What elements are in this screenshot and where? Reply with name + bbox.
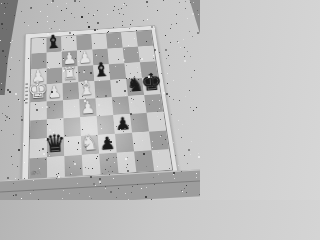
board-square	[117, 152, 137, 174]
board-square	[147, 112, 166, 132]
piece-black-pawn: ♟	[99, 135, 116, 153]
board-square: ♞	[126, 78, 144, 96]
board-square: ♜	[62, 66, 78, 83]
board-square	[109, 63, 126, 80]
piece-black-bishop: ♝	[92, 60, 111, 81]
board-square: ♚	[142, 77, 160, 95]
board-square	[136, 31, 153, 47]
board-square	[82, 154, 101, 176]
board-square: ♝	[93, 64, 110, 81]
board-square	[63, 117, 80, 137]
table-edge-shadow-topright	[184, 0, 200, 34]
board-square	[128, 95, 147, 114]
board-square	[106, 33, 123, 49]
board-square	[151, 149, 172, 170]
board-square	[112, 96, 130, 115]
board-square	[64, 136, 82, 157]
board-square	[91, 34, 107, 50]
board-square	[110, 79, 128, 97]
board-square	[138, 45, 156, 62]
board-square: ♟	[98, 133, 117, 154]
piece-white-rook: ♜	[61, 64, 78, 83]
chessboard-frame: ♝♟♟♟♜♝♚♟♝♞♚♟♟♛♞♟♔♘	[21, 25, 179, 185]
board-square	[107, 47, 124, 64]
board-square	[97, 115, 115, 135]
piece-white-king: ♚	[27, 77, 50, 102]
board-square	[47, 100, 64, 119]
board-corner-stamp-icon: ♔♘	[30, 170, 44, 178]
board-square: ♟	[113, 114, 132, 134]
board-square: ♟	[79, 98, 96, 117]
board-square	[47, 156, 65, 178]
piece-white-pawn: ♟	[47, 84, 63, 101]
piece-black-queen: ♛	[43, 131, 66, 157]
board-square: ♟	[47, 83, 63, 101]
board-square: ♞	[81, 135, 99, 156]
board-square: ♟	[77, 49, 93, 66]
table-edge-shadow-topleft	[0, 0, 26, 100]
piece-black-pawn: ♟	[115, 115, 131, 133]
board-square	[30, 101, 47, 120]
board-square: ♝	[46, 36, 61, 52]
board-square	[64, 155, 82, 177]
board-square	[63, 99, 80, 118]
board-square	[115, 132, 134, 153]
board-square: ♔♘	[29, 157, 47, 179]
board-square	[94, 80, 111, 98]
board-square	[46, 51, 62, 68]
piece-white-knight: ♞	[80, 133, 100, 154]
board-square: ♚	[30, 84, 46, 102]
piece-white-bishop: ♝	[77, 78, 96, 99]
piece-black-bishop: ♝	[45, 32, 63, 52]
piece-white-pawn: ♟	[80, 99, 96, 117]
photo-canvas: ♝♟♟♟♜♝♚♟♝♞♚♟♟♛♞♟♔♘	[0, 0, 200, 200]
chess-board: ♝♟♟♟♜♝♚♟♝♞♚♟♟♛♞♟♔♘	[28, 30, 173, 180]
table-edge-line	[0, 179, 200, 193]
board-square	[99, 153, 118, 175]
piece-white-pawn: ♟	[77, 49, 92, 65]
board-square	[149, 130, 169, 151]
board-square: ♛	[47, 137, 65, 158]
piece-black-knight: ♞	[126, 75, 144, 95]
board-square	[95, 97, 113, 116]
board-square	[144, 94, 163, 113]
